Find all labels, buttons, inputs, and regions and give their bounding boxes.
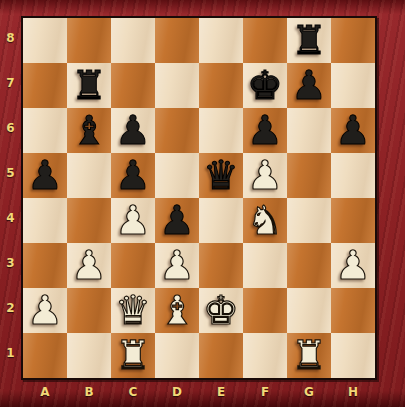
square-d2[interactable]: ♝ — [155, 288, 199, 333]
piece-white-king-e2[interactable]: ♚ — [199, 288, 243, 333]
square-f3[interactable] — [243, 243, 287, 288]
square-g1[interactable]: ♜ — [287, 333, 331, 378]
piece-black-pawn-f6[interactable]: ♟ — [243, 108, 287, 153]
square-h7[interactable] — [331, 63, 375, 108]
rank-label-5: 5 — [0, 151, 21, 196]
square-b5[interactable] — [67, 153, 111, 198]
square-e6[interactable] — [199, 108, 243, 153]
square-f1[interactable] — [243, 333, 287, 378]
chess-board: ♜♜♚♟♝♟♟♟♟♟♛♟♟♟♞♟♟♟♟♛♝♚♜♜ — [21, 16, 377, 380]
square-e5[interactable]: ♛ — [199, 153, 243, 198]
piece-white-bishop-d2[interactable]: ♝ — [155, 288, 199, 333]
square-b3[interactable]: ♟ — [67, 243, 111, 288]
square-h3[interactable]: ♟ — [331, 243, 375, 288]
square-f7[interactable]: ♚ — [243, 63, 287, 108]
square-e1[interactable] — [199, 333, 243, 378]
square-d6[interactable] — [155, 108, 199, 153]
square-c1[interactable]: ♜ — [111, 333, 155, 378]
square-a2[interactable]: ♟ — [23, 288, 67, 333]
piece-black-pawn-g7[interactable]: ♟ — [287, 63, 331, 108]
square-h4[interactable] — [331, 198, 375, 243]
square-c2[interactable]: ♛ — [111, 288, 155, 333]
piece-black-rook-g8[interactable]: ♜ — [287, 18, 331, 63]
square-d5[interactable] — [155, 153, 199, 198]
square-d4[interactable]: ♟ — [155, 198, 199, 243]
square-a4[interactable] — [23, 198, 67, 243]
square-b7[interactable]: ♜ — [67, 63, 111, 108]
square-e2[interactable]: ♚ — [199, 288, 243, 333]
piece-white-rook-g1[interactable]: ♜ — [287, 333, 331, 378]
piece-black-queen-e5[interactable]: ♛ — [199, 153, 243, 198]
piece-black-rook-b7[interactable]: ♜ — [67, 63, 111, 108]
piece-white-knight-f4[interactable]: ♞ — [243, 198, 287, 243]
square-c8[interactable] — [111, 18, 155, 63]
square-g5[interactable] — [287, 153, 331, 198]
piece-white-queen-c2[interactable]: ♛ — [111, 288, 155, 333]
square-f2[interactable] — [243, 288, 287, 333]
file-label-H: H — [331, 380, 375, 404]
square-f5[interactable]: ♟ — [243, 153, 287, 198]
piece-black-pawn-a5[interactable]: ♟ — [23, 153, 67, 198]
square-h5[interactable] — [331, 153, 375, 198]
rank-label-2: 2 — [0, 286, 21, 331]
rank-label-7: 7 — [0, 61, 21, 106]
square-a8[interactable] — [23, 18, 67, 63]
square-b2[interactable] — [67, 288, 111, 333]
square-e8[interactable] — [199, 18, 243, 63]
square-a5[interactable]: ♟ — [23, 153, 67, 198]
piece-black-king-f7[interactable]: ♚ — [243, 63, 287, 108]
file-label-D: D — [155, 380, 199, 404]
rank-label-1: 1 — [0, 331, 21, 376]
square-b4[interactable] — [67, 198, 111, 243]
board-frame: ♜♜♚♟♝♟♟♟♟♟♛♟♟♟♞♟♟♟♟♛♝♚♜♜ 87654321 ABCDEF… — [0, 0, 405, 407]
rank-label-4: 4 — [0, 196, 21, 241]
square-g4[interactable] — [287, 198, 331, 243]
file-label-E: E — [199, 380, 243, 404]
rank-label-8: 8 — [0, 16, 21, 61]
piece-white-pawn-b3[interactable]: ♟ — [67, 243, 111, 288]
square-h2[interactable] — [331, 288, 375, 333]
file-label-F: F — [243, 380, 287, 404]
square-d3[interactable]: ♟ — [155, 243, 199, 288]
square-c4[interactable]: ♟ — [111, 198, 155, 243]
square-h6[interactable]: ♟ — [331, 108, 375, 153]
square-f4[interactable]: ♞ — [243, 198, 287, 243]
piece-black-pawn-d4[interactable]: ♟ — [155, 198, 199, 243]
square-c3[interactable] — [111, 243, 155, 288]
square-f8[interactable] — [243, 18, 287, 63]
piece-black-pawn-c6[interactable]: ♟ — [111, 108, 155, 153]
square-g6[interactable] — [287, 108, 331, 153]
rank-label-6: 6 — [0, 106, 21, 151]
file-label-A: A — [23, 380, 67, 404]
square-g2[interactable] — [287, 288, 331, 333]
square-a6[interactable] — [23, 108, 67, 153]
square-e4[interactable] — [199, 198, 243, 243]
square-d7[interactable] — [155, 63, 199, 108]
square-h8[interactable] — [331, 18, 375, 63]
square-b6[interactable]: ♝ — [67, 108, 111, 153]
square-h1[interactable] — [331, 333, 375, 378]
piece-white-pawn-d3[interactable]: ♟ — [155, 243, 199, 288]
piece-black-pawn-h6[interactable]: ♟ — [331, 108, 375, 153]
square-c7[interactable] — [111, 63, 155, 108]
square-g8[interactable]: ♜ — [287, 18, 331, 63]
square-a3[interactable] — [23, 243, 67, 288]
file-label-C: C — [111, 380, 155, 404]
square-e3[interactable] — [199, 243, 243, 288]
square-a1[interactable] — [23, 333, 67, 378]
square-g7[interactable]: ♟ — [287, 63, 331, 108]
square-b8[interactable] — [67, 18, 111, 63]
file-label-B: B — [67, 380, 111, 404]
piece-white-rook-c1[interactable]: ♜ — [111, 333, 155, 378]
square-c5[interactable]: ♟ — [111, 153, 155, 198]
square-d1[interactable] — [155, 333, 199, 378]
piece-black-pawn-c5[interactable]: ♟ — [111, 153, 155, 198]
piece-white-pawn-a2[interactable]: ♟ — [23, 288, 67, 333]
piece-white-pawn-c4[interactable]: ♟ — [111, 198, 155, 243]
square-a7[interactable] — [23, 63, 67, 108]
square-e7[interactable] — [199, 63, 243, 108]
square-g3[interactable] — [287, 243, 331, 288]
square-c6[interactable]: ♟ — [111, 108, 155, 153]
square-b1[interactable] — [67, 333, 111, 378]
square-f6[interactable]: ♟ — [243, 108, 287, 153]
piece-white-pawn-f5[interactable]: ♟ — [243, 153, 287, 198]
rank-label-3: 3 — [0, 241, 21, 286]
file-label-G: G — [287, 380, 331, 404]
piece-black-bishop-b6[interactable]: ♝ — [67, 108, 111, 153]
square-d8[interactable] — [155, 18, 199, 63]
piece-white-pawn-h3[interactable]: ♟ — [331, 243, 375, 288]
